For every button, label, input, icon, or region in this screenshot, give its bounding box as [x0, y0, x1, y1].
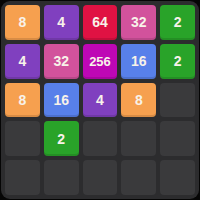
cell-r2c1: 4	[5, 44, 40, 79]
tile-2: 2	[160, 44, 195, 79]
tile-16: 16	[121, 44, 156, 79]
cell-r1c1: 8	[5, 5, 40, 40]
cell-r2c5: 2	[160, 44, 195, 79]
cell-r5c2	[44, 160, 79, 195]
game-screen: 8464322432256162816482	[0, 0, 200, 200]
cell-r4c3	[83, 121, 118, 156]
cell-r1c2: 4	[44, 5, 79, 40]
cell-r5c4	[121, 160, 156, 195]
cell-r5c3	[83, 160, 118, 195]
cell-r4c1	[5, 121, 40, 156]
tile-4: 4	[83, 83, 118, 118]
tile-4: 4	[5, 44, 40, 79]
cell-r3c3: 4	[83, 83, 118, 118]
cell-r1c3: 64	[83, 5, 118, 40]
cell-r3c5	[160, 83, 195, 118]
tile-32: 32	[44, 44, 79, 79]
cell-r3c2: 16	[44, 83, 79, 118]
cell-r3c4: 8	[121, 83, 156, 118]
tile-8: 8	[5, 83, 40, 118]
tile-16: 16	[44, 83, 79, 118]
tile-32: 32	[121, 5, 156, 40]
cell-r4c5	[160, 121, 195, 156]
2048-board[interactable]: 8464322432256162816482	[1, 1, 199, 199]
cell-r2c2: 32	[44, 44, 79, 79]
tile-2: 2	[44, 121, 79, 156]
cell-r5c1	[5, 160, 40, 195]
cell-r4c4	[121, 121, 156, 156]
cell-r3c1: 8	[5, 83, 40, 118]
tile-8: 8	[5, 5, 40, 40]
cell-r5c5	[160, 160, 195, 195]
tile-4: 4	[44, 5, 79, 40]
tile-64: 64	[83, 5, 118, 40]
tile-8: 8	[121, 83, 156, 118]
tile-grid[interactable]: 8464322432256162816482	[5, 5, 195, 195]
cell-r1c4: 32	[121, 5, 156, 40]
cell-r1c5: 2	[160, 5, 195, 40]
cell-r4c2: 2	[44, 121, 79, 156]
tile-256: 256	[83, 44, 118, 79]
cell-r2c4: 16	[121, 44, 156, 79]
cell-r2c3: 256	[83, 44, 118, 79]
tile-2: 2	[160, 5, 195, 40]
